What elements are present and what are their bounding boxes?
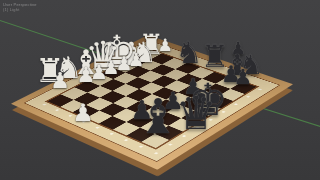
piece-black-knight[interactable]: ♞ bbox=[176, 38, 203, 68]
piece-black-bishop[interactable]: ♝ bbox=[136, 92, 179, 140]
viewport-overlay-text: User Perspective (1) Light bbox=[3, 2, 37, 12]
piece-black-queen[interactable]: ♛ bbox=[175, 90, 216, 136]
blender-viewport: User Perspective (1) Light ♟♜♟♞♞♝♟♚♜♛♟♞♝… bbox=[0, 0, 320, 180]
active-object-label: (1) Light bbox=[3, 7, 37, 12]
piece-white-pawn[interactable]: ♟ bbox=[50, 70, 70, 92]
piece-black-pawn[interactable]: ♟ bbox=[234, 67, 253, 88]
piece-white-pawn[interactable]: ♟ bbox=[77, 65, 96, 86]
piece-white-pawn[interactable]: ♟ bbox=[72, 101, 94, 125]
